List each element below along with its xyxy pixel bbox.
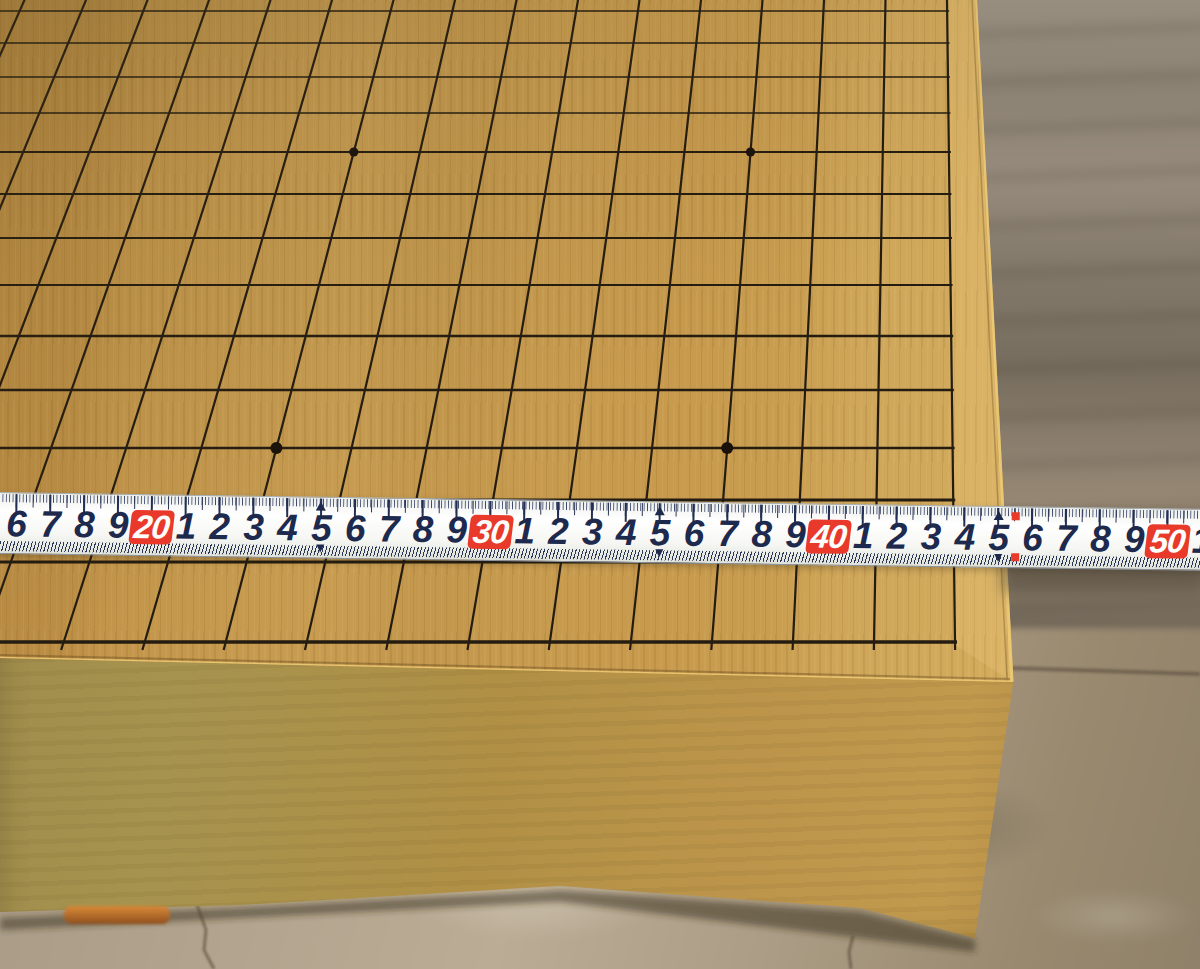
tape-number: 2	[548, 514, 568, 550]
tape-number: 8	[751, 517, 771, 553]
tape-number: 4	[954, 519, 974, 555]
tape-number: 5	[649, 515, 669, 551]
star-point-hoshi	[270, 442, 282, 454]
tape-number: 8	[412, 512, 432, 548]
tape-number-red: 20	[128, 510, 175, 545]
tape-number: 4	[616, 515, 636, 551]
tape-number: 6	[6, 506, 26, 542]
tape-number-red: 40	[805, 519, 852, 554]
tape-number: 9	[108, 508, 128, 544]
tape-number: 7	[40, 507, 60, 543]
tape-45-5cm-red-mark	[1011, 512, 1019, 520]
tape-number: 7	[379, 511, 399, 547]
tape-number: 7	[717, 516, 737, 552]
tape-number: 6	[1022, 520, 1042, 556]
tape-number: 6	[683, 516, 703, 552]
tape-number: 8	[74, 507, 94, 543]
tape-number: 3	[920, 519, 940, 555]
tape-arrow-marker-icon	[317, 545, 325, 553]
tape-number: 2	[887, 518, 907, 554]
star-point-hoshi	[721, 442, 733, 454]
tape-arrow-marker-icon	[655, 549, 663, 557]
tape-number: 8	[1090, 521, 1110, 557]
tape-arrow-marker-icon	[993, 511, 1003, 520]
tape-number: 7	[1056, 521, 1076, 557]
goban-leg	[64, 906, 170, 924]
tape-number-red: 50	[1144, 524, 1191, 559]
tape-number: 9	[785, 517, 805, 553]
tape-number: 9	[446, 512, 466, 548]
star-point-hoshi	[349, 147, 358, 156]
tape-arrow-marker-icon	[994, 554, 1002, 562]
tape-number: 1	[514, 513, 534, 549]
tape-arrow-marker-icon	[655, 506, 665, 515]
tape-45-5cm-red-mark	[1011, 553, 1019, 561]
tape-number: 6	[345, 511, 365, 547]
tape-number: 5	[311, 510, 331, 546]
photo-of-goban-being-measured: 6789201234567893012345678940123456789501	[0, 0, 1200, 969]
tape-number: 5	[988, 520, 1008, 556]
tape-number: 3	[243, 509, 263, 545]
star-point-hoshi	[746, 147, 755, 156]
tape-number: 1	[853, 518, 873, 554]
tape-number: 3	[582, 514, 602, 550]
tape-number: 9	[1124, 522, 1144, 558]
tape-number: 4	[277, 510, 297, 546]
tape-arrow-marker-icon	[316, 502, 326, 511]
tape-number-red: 30	[467, 515, 514, 550]
tape-number: 2	[209, 509, 229, 545]
tape-number: 1	[1191, 523, 1200, 559]
tape-number: 1	[175, 509, 195, 545]
